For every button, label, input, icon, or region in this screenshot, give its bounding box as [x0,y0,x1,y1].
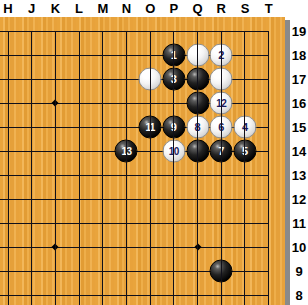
board-cell[interactable] [138,187,162,211]
stone-move-number: 11 [145,122,154,132]
board-cell[interactable] [44,187,68,211]
board-cell[interactable] [20,91,44,115]
board-cell[interactable] [257,187,281,211]
board-cell[interactable] [162,163,186,187]
board-cell[interactable] [91,163,115,187]
star-point [52,243,59,250]
stone-black[interactable] [210,260,233,283]
column-label: N [122,1,131,16]
stone-move-number: 4 [242,122,248,133]
goban: 12312119864131075 [0,17,285,305]
stone-move-number: 1 [171,50,177,61]
stone-black[interactable] [186,140,209,163]
stone-move-number: 12 [216,98,226,108]
board-cell[interactable] [209,187,233,211]
board-cell[interactable] [115,283,139,305]
board-cell[interactable] [91,139,115,163]
board-cell[interactable] [233,91,257,115]
column-labels: HJKLMNOPQRST [0,0,308,17]
board-cell[interactable] [233,235,257,259]
board-cell[interactable] [44,43,68,67]
board-cell[interactable] [67,235,91,259]
board-cell[interactable] [115,163,139,187]
stone-white[interactable]: 6 [210,116,233,139]
board-cell[interactable] [67,139,91,163]
column-label: P [170,1,179,16]
column-label: K [51,1,60,16]
board-cell[interactable] [257,19,281,43]
board-cell[interactable] [67,283,91,305]
board-cell[interactable] [138,67,162,91]
board-cell[interactable] [44,19,68,43]
board-cell[interactable] [20,19,44,43]
board-cell[interactable] [67,19,91,43]
board-cell[interactable] [44,283,68,305]
board-cell[interactable] [233,211,257,235]
row-label: 11 [292,216,306,231]
board-cell[interactable] [0,211,20,235]
board-cell[interactable] [20,67,44,91]
board-cell[interactable] [115,19,139,43]
board-cell[interactable] [20,139,44,163]
stone-black[interactable] [186,68,209,91]
board-cell[interactable]: 13 [115,139,139,163]
board-cell[interactable] [186,211,210,235]
board-cell[interactable] [233,43,257,67]
stone-black[interactable]: 7 [210,140,233,163]
board-cell[interactable] [209,283,233,305]
star-point [52,99,59,106]
board-cell[interactable] [20,43,44,67]
board-cell[interactable] [257,67,281,91]
board-cell[interactable] [186,67,210,91]
board-cell[interactable] [233,259,257,283]
row-label: 13 [292,168,306,183]
board-cell[interactable] [138,139,162,163]
board-cell[interactable] [44,115,68,139]
board-cell[interactable]: 10 [162,139,186,163]
board-cell[interactable] [0,187,20,211]
stone-white[interactable]: 10 [162,140,185,163]
board-cell[interactable] [209,211,233,235]
row-label: 18 [292,48,306,63]
stone-black[interactable]: 3 [162,68,185,91]
board-cell[interactable] [91,43,115,67]
stone-move-number: 3 [171,74,177,85]
board-cell[interactable] [162,187,186,211]
board-cell[interactable] [20,211,44,235]
board-cell[interactable] [44,211,68,235]
row-label: 15 [292,120,306,135]
stone-black[interactable]: 11 [139,116,162,139]
board-cell[interactable] [186,259,210,283]
board-cell[interactable]: 9 [162,115,186,139]
board-cell[interactable] [0,67,20,91]
board-cell[interactable]: 7 [209,139,233,163]
board-cell[interactable] [186,43,210,67]
board-cell[interactable] [257,235,281,259]
row-label: 14 [292,144,306,159]
board-cell[interactable]: 8 [186,115,210,139]
board-cell[interactable] [67,115,91,139]
column-label: H [3,1,12,16]
row-label: 19 [292,24,306,39]
board-cell[interactable] [209,235,233,259]
row-label: 17 [292,72,306,87]
board-cell[interactable] [0,259,20,283]
board-cell[interactable] [20,283,44,305]
board-cell[interactable] [162,211,186,235]
board-cell[interactable] [115,115,139,139]
board-cell[interactable] [209,19,233,43]
board-cell[interactable] [0,235,20,259]
board-cell[interactable] [91,19,115,43]
board-cell[interactable] [233,283,257,305]
board-cell[interactable] [91,91,115,115]
board-cell[interactable] [91,187,115,211]
board-cell[interactable] [20,163,44,187]
board-cell[interactable] [91,235,115,259]
column-label: J [28,1,35,16]
board-cell[interactable] [257,211,281,235]
stone-move-number: 8 [195,122,201,133]
stone-black[interactable]: 9 [162,116,185,139]
board-cell[interactable] [20,235,44,259]
board-cell[interactable]: 5 [233,139,257,163]
board-cell[interactable]: 12 [209,91,233,115]
board-cell[interactable] [257,91,281,115]
board-cell[interactable] [186,235,210,259]
column-label: R [217,1,226,16]
board-cell[interactable]: 11 [138,115,162,139]
board-cell[interactable] [186,91,210,115]
board-cell[interactable] [162,259,186,283]
board-cell[interactable] [0,91,20,115]
board-cell[interactable] [138,19,162,43]
board-cell[interactable] [186,139,210,163]
board-cell[interactable]: 1 [162,43,186,67]
stone-white[interactable]: 2 [210,44,233,67]
board-cell[interactable] [20,259,44,283]
board-cell[interactable] [115,235,139,259]
stone-move-number: 10 [169,146,179,156]
stone-move-number: 6 [218,122,224,133]
column-label: S [241,1,250,16]
stone-move-number: 7 [218,146,224,157]
board-cell[interactable] [67,187,91,211]
board-cell[interactable]: 6 [209,115,233,139]
row-label: 10 [292,240,306,255]
board-cell[interactable] [138,43,162,67]
stone-white[interactable] [186,44,209,67]
board-cell[interactable] [186,283,210,305]
row-label: 12 [292,192,306,207]
board-cell[interactable] [257,115,281,139]
board-cell[interactable] [91,259,115,283]
row-label: 16 [292,96,306,111]
board-cell[interactable] [257,283,281,305]
board-cell[interactable] [162,283,186,305]
board-cell[interactable] [0,139,20,163]
board-cell[interactable]: 2 [209,43,233,67]
row-label: 9 [295,264,302,279]
board-cell[interactable] [138,163,162,187]
board-cell[interactable] [115,187,139,211]
column-label: L [75,1,83,16]
board-cell[interactable] [91,211,115,235]
board-cell[interactable] [138,91,162,115]
board-cell[interactable] [162,235,186,259]
board-cell[interactable] [67,163,91,187]
board-cell[interactable] [0,163,20,187]
column-label: Q [193,1,203,16]
stone-white[interactable] [139,68,162,91]
board-cell[interactable] [91,283,115,305]
column-label: T [265,1,273,16]
board-cell[interactable] [186,19,210,43]
board-cell[interactable] [0,115,20,139]
board-cell[interactable] [233,187,257,211]
column-label: M [97,1,108,16]
board-cell[interactable] [44,163,68,187]
board-cell[interactable] [186,187,210,211]
goban-grid: 12312119864131075 [0,19,280,305]
stone-white[interactable] [210,68,233,91]
stone-white[interactable]: 12 [210,92,233,115]
stone-black[interactable] [186,92,209,115]
board-cell[interactable] [115,211,139,235]
board-cell[interactable] [91,67,115,91]
board-cell[interactable] [44,235,68,259]
board-cell[interactable] [44,67,68,91]
board-cell[interactable] [67,67,91,91]
go-diagram: 12312119864131075 HJKLMNOPQRST 191817161… [0,0,308,305]
board-cell[interactable] [20,187,44,211]
stone-black[interactable]: 1 [162,44,185,67]
board-cell[interactable]: 4 [233,115,257,139]
stone-black[interactable]: 13 [115,140,138,163]
board-cell[interactable] [0,43,20,67]
board-cell[interactable] [186,163,210,187]
board-cell[interactable] [44,91,68,115]
board-cell[interactable] [44,139,68,163]
board-cell[interactable] [115,259,139,283]
board-cell[interactable] [115,91,139,115]
board-cell[interactable] [138,283,162,305]
stone-move-number: 13 [121,146,131,156]
board-cell[interactable] [162,19,186,43]
stone-move-number: 2 [218,50,224,61]
board-cell[interactable] [138,235,162,259]
board-cell[interactable] [0,19,20,43]
board-cell[interactable] [209,163,233,187]
stone-move-number: 9 [171,122,177,133]
board-cell[interactable] [67,259,91,283]
board-cell[interactable] [67,91,91,115]
board-cell[interactable] [0,283,20,305]
board-cell[interactable] [138,211,162,235]
board-cell[interactable] [209,67,233,91]
board-cell[interactable] [233,19,257,43]
board-cell[interactable] [233,67,257,91]
stone-white[interactable]: 4 [233,116,256,139]
stone-black[interactable]: 5 [233,140,256,163]
board-cell[interactable] [115,43,139,67]
row-labels: 1918171615141312111098 [290,0,308,305]
row-label: 8 [295,288,302,303]
board-cell[interactable] [257,259,281,283]
board-cell[interactable] [257,139,281,163]
board-cell[interactable] [257,43,281,67]
star-point [194,243,201,250]
column-label: O [145,1,155,16]
board-cell[interactable]: 3 [162,67,186,91]
board-cell[interactable] [67,43,91,67]
board-cell[interactable] [233,163,257,187]
stone-white[interactable]: 8 [186,116,209,139]
board-cell[interactable] [44,259,68,283]
board-cell[interactable] [91,115,115,139]
board-cell[interactable] [257,163,281,187]
board-cell[interactable] [67,211,91,235]
board-cell[interactable] [20,115,44,139]
stone-move-number: 5 [242,146,248,157]
board-cell[interactable] [162,91,186,115]
board-cell[interactable] [138,259,162,283]
board-cell[interactable] [209,259,233,283]
board-cell[interactable] [115,67,139,91]
